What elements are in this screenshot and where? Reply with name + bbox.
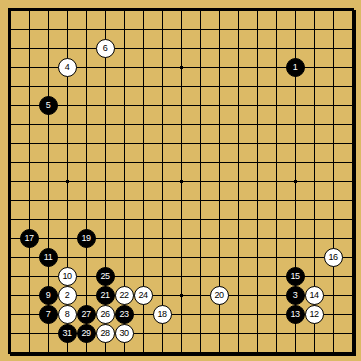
- star-point: [66, 180, 69, 183]
- stone-W-G4-move-22: 22: [115, 286, 134, 305]
- stone-W-D4-move-2: 2: [58, 286, 77, 305]
- stone-B-Q5-move-15: 15: [286, 267, 305, 286]
- stone-B-Q3-move-13: 13: [286, 305, 305, 324]
- stone-W-D16-move-4: 4: [58, 58, 77, 77]
- stone-B-E7-move-19: 19: [77, 229, 96, 248]
- stone-W-F17-move-6: 6: [96, 39, 115, 58]
- stone-B-Q16-move-1: 1: [286, 58, 305, 77]
- go-board: 1234567891011121314151617181920212223242…: [0, 0, 361, 361]
- stone-W-M4-move-20: 20: [210, 286, 229, 305]
- stone-W-F2-move-28: 28: [96, 324, 115, 343]
- stone-W-G2-move-30: 30: [115, 324, 134, 343]
- stone-B-F5-move-25: 25: [96, 267, 115, 286]
- stone-B-E3-move-27: 27: [77, 305, 96, 324]
- stone-W-F3-move-26: 26: [96, 305, 115, 324]
- stone-W-D3-move-8: 8: [58, 305, 77, 324]
- stone-W-D5-move-10: 10: [58, 267, 77, 286]
- stone-B-C14-move-5: 5: [39, 96, 58, 115]
- stone-B-Q4-move-3: 3: [286, 286, 305, 305]
- star-point: [180, 294, 183, 297]
- stone-B-G3-move-23: 23: [115, 305, 134, 324]
- star-point: [180, 180, 183, 183]
- stone-W-J3-move-18: 18: [153, 305, 172, 324]
- stone-B-C4-move-9: 9: [39, 286, 58, 305]
- star-point: [294, 180, 297, 183]
- stone-W-H4-move-24: 24: [134, 286, 153, 305]
- stone-B-B7-move-17: 17: [20, 229, 39, 248]
- board-grid: 1234567891011121314151617181920212223242…: [1, 1, 361, 361]
- stone-W-R3-move-12: 12: [305, 305, 324, 324]
- star-point: [180, 66, 183, 69]
- stone-B-F4-move-21: 21: [96, 286, 115, 305]
- stone-W-S6-move-16: 16: [324, 248, 343, 267]
- stone-B-E2-move-29: 29: [77, 324, 96, 343]
- stone-B-C6-move-11: 11: [39, 248, 58, 267]
- stone-B-C3-move-7: 7: [39, 305, 58, 324]
- stone-B-D2-move-31: 31: [58, 324, 77, 343]
- stone-W-R4-move-14: 14: [305, 286, 324, 305]
